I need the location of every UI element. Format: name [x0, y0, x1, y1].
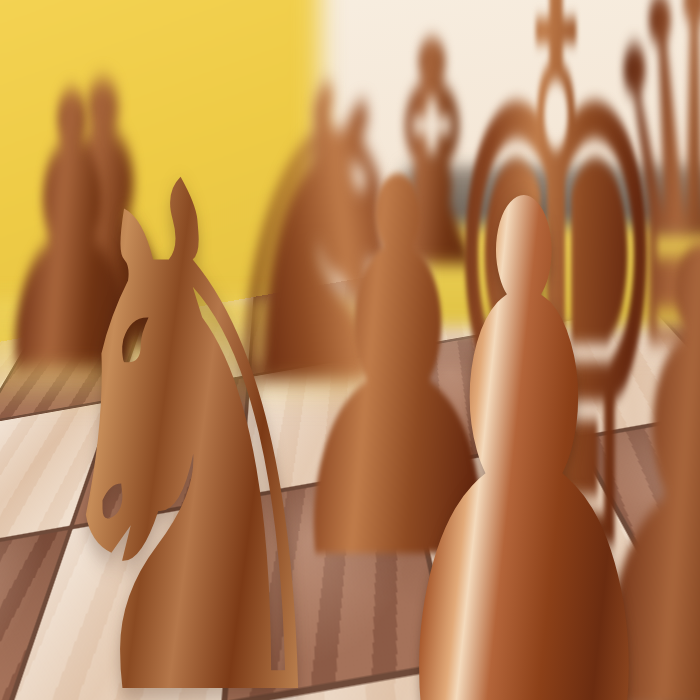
- pawn-glyph: ♟: [367, 114, 681, 700]
- knight-glyph: ♞: [26, 96, 359, 700]
- chess-set-photo: ♟ ♟ ♞ ♝ ♚ ♛ ♟ ♟ ♟ ♞: [0, 0, 700, 700]
